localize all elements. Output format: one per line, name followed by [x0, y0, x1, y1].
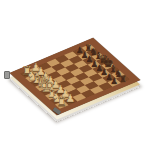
piece-white-pawn: ♟ [56, 85, 66, 96]
piece-black-king: ♚ [102, 57, 113, 69]
piece-black-pawn: ♟ [100, 69, 108, 78]
piece-white-knight: ♞ [51, 91, 63, 104]
piece-black-queen: ♛ [98, 54, 108, 65]
piece-white-pawn: ♟ [41, 72, 51, 83]
piece-black-bishop: ♝ [109, 64, 118, 74]
piece-black-knight: ♞ [114, 69, 122, 78]
piece-white-bishop: ♝ [31, 72, 43, 86]
piece-black-pawn: ♟ [81, 51, 89, 60]
piece-black-knight: ♞ [89, 47, 97, 56]
piece-black-pawn: ♟ [110, 78, 118, 87]
piece-white-pawn: ♟ [46, 76, 56, 87]
piece-white-knight: ♞ [26, 69, 38, 82]
chess-pieces-layer: ♜♞♝♛♚♝♞♜♟♟♟♟♟♟♟♟♟♟♟♟♟♟♟♟♜♞♝♛♚♝♞♜ [0, 0, 150, 150]
hinge-icon [4, 71, 10, 79]
piece-black-rook: ♜ [84, 43, 92, 52]
product-photo: ♜♞♝♛♚♝♞♜♟♟♟♟♟♟♟♟♟♟♟♟♟♟♟♟♜♞♝♛♚♝♞♜ [0, 0, 150, 150]
piece-white-pawn: ♟ [61, 89, 71, 100]
piece-black-bishop: ♝ [94, 51, 103, 61]
piece-white-rook: ♜ [56, 96, 67, 108]
piece-white-rook: ♜ [22, 65, 33, 77]
piece-black-pawn: ♟ [76, 47, 84, 56]
piece-white-pawn: ♟ [36, 67, 46, 78]
piece-black-pawn: ♟ [86, 56, 94, 65]
piece-white-queen: ♛ [35, 75, 49, 91]
piece-black-pawn: ♟ [105, 73, 113, 82]
piece-white-pawn: ♟ [31, 63, 41, 74]
piece-black-pawn: ♟ [91, 60, 99, 69]
piece-black-pawn: ♟ [95, 64, 103, 73]
piece-white-bishop: ♝ [46, 86, 58, 100]
piece-white-king: ♚ [39, 78, 55, 95]
piece-black-rook: ♜ [119, 74, 127, 83]
piece-white-pawn: ♟ [51, 80, 61, 91]
piece-white-pawn: ♟ [66, 94, 76, 105]
